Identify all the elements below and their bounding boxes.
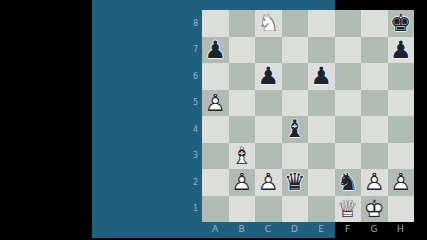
- square-d2: ♛: [282, 169, 309, 196]
- square-h8: ♚: [388, 10, 415, 37]
- piece-black-pawn: ♟: [388, 37, 415, 64]
- square-g7: [361, 37, 388, 64]
- square-e3: [308, 143, 335, 170]
- rank-label-8: 8: [184, 10, 202, 37]
- square-b1: [229, 196, 256, 223]
- file-label-g: G: [361, 221, 388, 236]
- square-d4: ♝: [282, 116, 309, 143]
- square-h7: ♟: [388, 37, 415, 64]
- square-c6: ♟: [255, 63, 282, 90]
- piece-black-bishop: ♝: [282, 116, 309, 143]
- rank-label-7: 7: [184, 37, 202, 64]
- square-h1: [388, 196, 415, 223]
- piece-white-bishop: ♝♗: [229, 143, 256, 170]
- square-g4: [361, 116, 388, 143]
- video-frame: 87654321 ♞♘♚♟♟♟♟♟♙♝♝♗♟♙♟♙♛♞♟♙♟♙♛♕♚♔ ABCD…: [92, 0, 335, 238]
- white-piece-outline: ♕: [335, 196, 362, 223]
- square-c4: [255, 116, 282, 143]
- square-h6: [388, 63, 415, 90]
- square-f4: [335, 116, 362, 143]
- square-a7: ♟: [202, 37, 229, 64]
- square-f8: [335, 10, 362, 37]
- square-c8: ♞♘: [255, 10, 282, 37]
- piece-white-knight: ♞♘: [255, 10, 282, 37]
- square-d6: [282, 63, 309, 90]
- square-h5: [388, 90, 415, 117]
- square-d5: [282, 90, 309, 117]
- square-h2: ♟♙: [388, 169, 415, 196]
- piece-black-pawn: ♟: [202, 37, 229, 64]
- square-e4: [308, 116, 335, 143]
- square-e6: ♟: [308, 63, 335, 90]
- square-b6: [229, 63, 256, 90]
- square-b5: [229, 90, 256, 117]
- square-f5: [335, 90, 362, 117]
- rank-label-4: 4: [184, 116, 202, 143]
- white-piece-outline: ♗: [229, 143, 256, 170]
- square-e2: [308, 169, 335, 196]
- rank-label-5: 5: [184, 90, 202, 117]
- square-a5: ♟♙: [202, 90, 229, 117]
- white-piece-outline: ♙: [361, 169, 388, 196]
- file-label-d: D: [282, 221, 309, 236]
- file-labels: ABCDEFGH: [202, 221, 414, 236]
- file-label-f: F: [335, 221, 362, 236]
- square-c2: ♟♙: [255, 169, 282, 196]
- piece-black-knight: ♞: [335, 169, 362, 196]
- square-h4: [388, 116, 415, 143]
- file-label-c: C: [255, 221, 282, 236]
- piece-white-pawn: ♟♙: [202, 90, 229, 117]
- rank-label-3: 3: [184, 143, 202, 170]
- square-b3: ♝♗: [229, 143, 256, 170]
- white-piece-outline: ♔: [361, 196, 388, 223]
- square-g1: ♚♔: [361, 196, 388, 223]
- white-piece-outline: ♙: [229, 169, 256, 196]
- square-g3: [361, 143, 388, 170]
- piece-black-pawn: ♟: [308, 63, 335, 90]
- square-c3: [255, 143, 282, 170]
- square-e7: [308, 37, 335, 64]
- video-letterbox: 87654321 ♞♘♚♟♟♟♟♟♙♝♝♗♟♙♟♙♛♞♟♙♟♙♛♕♚♔ ABCD…: [0, 0, 427, 240]
- white-piece-outline: ♙: [388, 169, 415, 196]
- square-f6: [335, 63, 362, 90]
- square-a4: [202, 116, 229, 143]
- square-c7: [255, 37, 282, 64]
- square-c1: [255, 196, 282, 223]
- piece-white-pawn: ♟♙: [229, 169, 256, 196]
- square-g6: [361, 63, 388, 90]
- rank-label-1: 1: [184, 196, 202, 223]
- square-g8: [361, 10, 388, 37]
- piece-white-pawn: ♟♙: [388, 169, 415, 196]
- piece-white-king: ♚♔: [361, 196, 388, 223]
- file-label-h: H: [388, 221, 415, 236]
- square-b7: [229, 37, 256, 64]
- square-f1: ♛♕: [335, 196, 362, 223]
- piece-black-queen: ♛: [282, 169, 309, 196]
- square-a1: [202, 196, 229, 223]
- square-e5: [308, 90, 335, 117]
- piece-white-pawn: ♟♙: [361, 169, 388, 196]
- piece-white-pawn: ♟♙: [255, 169, 282, 196]
- square-b2: ♟♙: [229, 169, 256, 196]
- square-d7: [282, 37, 309, 64]
- square-c5: [255, 90, 282, 117]
- square-a3: [202, 143, 229, 170]
- piece-black-pawn: ♟: [255, 63, 282, 90]
- square-h3: [388, 143, 415, 170]
- chess-board: ♞♘♚♟♟♟♟♟♙♝♝♗♟♙♟♙♛♞♟♙♟♙♛♕♚♔: [202, 10, 414, 222]
- square-g5: [361, 90, 388, 117]
- square-a8: [202, 10, 229, 37]
- square-a6: [202, 63, 229, 90]
- file-label-a: A: [202, 221, 229, 236]
- square-e1: [308, 196, 335, 223]
- square-f2: ♞: [335, 169, 362, 196]
- square-a2: [202, 169, 229, 196]
- square-d3: [282, 143, 309, 170]
- square-f3: [335, 143, 362, 170]
- file-label-e: E: [308, 221, 335, 236]
- rank-labels: 87654321: [184, 10, 202, 222]
- white-piece-outline: ♙: [202, 90, 229, 117]
- square-e8: [308, 10, 335, 37]
- rank-label-6: 6: [184, 63, 202, 90]
- square-f7: [335, 37, 362, 64]
- white-piece-outline: ♙: [255, 169, 282, 196]
- piece-white-queen: ♛♕: [335, 196, 362, 223]
- piece-black-king: ♚: [388, 10, 415, 37]
- square-d1: [282, 196, 309, 223]
- rank-label-2: 2: [184, 169, 202, 196]
- square-b4: [229, 116, 256, 143]
- file-label-b: B: [229, 221, 256, 236]
- square-g2: ♟♙: [361, 169, 388, 196]
- square-d8: [282, 10, 309, 37]
- square-b8: [229, 10, 256, 37]
- white-piece-outline: ♘: [255, 10, 282, 37]
